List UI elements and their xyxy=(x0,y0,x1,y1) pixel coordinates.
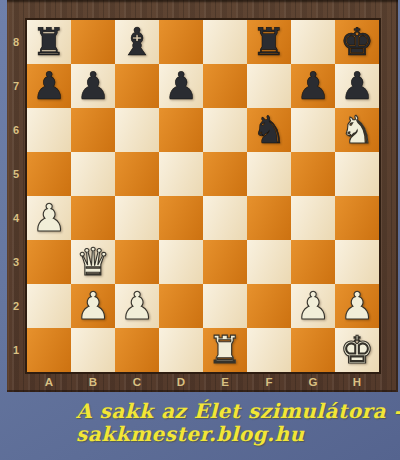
rank-label-7: 7 xyxy=(7,64,25,108)
caption-line-2: sakkmester.blog.hu xyxy=(76,423,400,446)
square-f2[interactable] xyxy=(247,284,291,328)
white-pawn-a4[interactable]: ♟ xyxy=(32,196,66,240)
square-b7[interactable]: ♟ xyxy=(71,64,115,108)
chessboard: ♜♝♜♚♟♟♟♟♟♞♞♟♛♟♟♟♟♜♚ xyxy=(25,18,381,374)
black-knight-f6[interactable]: ♞ xyxy=(252,108,286,152)
square-h5[interactable] xyxy=(335,152,379,196)
square-c4[interactable] xyxy=(115,196,159,240)
rank-label-6: 6 xyxy=(7,108,25,152)
white-rook-e1[interactable]: ♜ xyxy=(208,328,242,372)
file-label-b: B xyxy=(71,373,115,391)
square-b3[interactable]: ♛ xyxy=(71,240,115,284)
square-d3[interactable] xyxy=(159,240,203,284)
white-knight-h6[interactable]: ♞ xyxy=(340,108,374,152)
file-label-f: F xyxy=(247,373,291,391)
black-pawn-d7[interactable]: ♟ xyxy=(164,64,198,108)
square-e5[interactable] xyxy=(203,152,247,196)
square-e3[interactable] xyxy=(203,240,247,284)
square-g1[interactable] xyxy=(291,328,335,372)
file-labels: ABCDEFGH xyxy=(27,373,379,391)
square-b6[interactable] xyxy=(71,108,115,152)
rank-label-4: 4 xyxy=(7,196,25,240)
square-c2[interactable]: ♟ xyxy=(115,284,159,328)
square-b8[interactable] xyxy=(71,20,115,64)
square-b4[interactable] xyxy=(71,196,115,240)
square-b2[interactable]: ♟ xyxy=(71,284,115,328)
square-d6[interactable] xyxy=(159,108,203,152)
square-d2[interactable] xyxy=(159,284,203,328)
square-f3[interactable] xyxy=(247,240,291,284)
square-c8[interactable]: ♝ xyxy=(115,20,159,64)
square-f8[interactable]: ♜ xyxy=(247,20,291,64)
rank-label-5: 5 xyxy=(7,152,25,196)
black-king-h8[interactable]: ♚ xyxy=(340,20,374,64)
square-g5[interactable] xyxy=(291,152,335,196)
square-g7[interactable]: ♟ xyxy=(291,64,335,108)
square-d1[interactable] xyxy=(159,328,203,372)
square-h4[interactable] xyxy=(335,196,379,240)
square-g2[interactable]: ♟ xyxy=(291,284,335,328)
rank-label-8: 8 xyxy=(7,20,25,64)
square-g4[interactable] xyxy=(291,196,335,240)
caption-line-1: A sakk az Élet szimulátora - xyxy=(76,400,400,423)
file-label-c: C xyxy=(115,373,159,391)
file-label-e: E xyxy=(203,373,247,391)
square-c1[interactable] xyxy=(115,328,159,372)
black-pawn-a7[interactable]: ♟ xyxy=(32,64,66,108)
black-bishop-c8[interactable]: ♝ xyxy=(120,20,154,64)
square-f7[interactable] xyxy=(247,64,291,108)
caption: A sakk az Élet szimulátora - sakkmester.… xyxy=(76,400,400,446)
square-f6[interactable]: ♞ xyxy=(247,108,291,152)
chessboard-frame: 87654321 ♜♝♜♚♟♟♟♟♟♞♞♟♛♟♟♟♟♜♚ ABCDEFGH xyxy=(7,0,398,392)
rank-label-3: 3 xyxy=(7,240,25,284)
square-d7[interactable]: ♟ xyxy=(159,64,203,108)
square-h7[interactable]: ♟ xyxy=(335,64,379,108)
square-f5[interactable] xyxy=(247,152,291,196)
square-h2[interactable]: ♟ xyxy=(335,284,379,328)
square-a3[interactable] xyxy=(27,240,71,284)
file-label-d: D xyxy=(159,373,203,391)
square-h3[interactable] xyxy=(335,240,379,284)
page: 87654321 ♜♝♜♚♟♟♟♟♟♞♞♟♛♟♟♟♟♜♚ ABCDEFGH A … xyxy=(0,0,400,460)
rank-label-1: 1 xyxy=(7,328,25,372)
black-pawn-h7[interactable]: ♟ xyxy=(340,64,374,108)
square-d4[interactable] xyxy=(159,196,203,240)
square-e2[interactable] xyxy=(203,284,247,328)
white-pawn-b2[interactable]: ♟ xyxy=(76,284,110,328)
square-d8[interactable] xyxy=(159,20,203,64)
square-e7[interactable] xyxy=(203,64,247,108)
square-b1[interactable] xyxy=(71,328,115,372)
black-pawn-g7[interactable]: ♟ xyxy=(296,64,330,108)
square-e6[interactable] xyxy=(203,108,247,152)
square-a2[interactable] xyxy=(27,284,71,328)
file-label-a: A xyxy=(27,373,71,391)
file-label-g: G xyxy=(291,373,335,391)
square-e8[interactable] xyxy=(203,20,247,64)
square-h1[interactable]: ♚ xyxy=(335,328,379,372)
square-c5[interactable] xyxy=(115,152,159,196)
square-g3[interactable] xyxy=(291,240,335,284)
square-c3[interactable] xyxy=(115,240,159,284)
white-queen-b3[interactable]: ♛ xyxy=(76,240,110,284)
square-d5[interactable] xyxy=(159,152,203,196)
square-g6[interactable] xyxy=(291,108,335,152)
square-b5[interactable] xyxy=(71,152,115,196)
rank-labels: 87654321 xyxy=(7,20,25,372)
white-pawn-h2[interactable]: ♟ xyxy=(340,284,374,328)
square-c7[interactable] xyxy=(115,64,159,108)
white-pawn-c2[interactable]: ♟ xyxy=(120,284,154,328)
square-a7[interactable]: ♟ xyxy=(27,64,71,108)
square-c6[interactable] xyxy=(115,108,159,152)
white-pawn-g2[interactable]: ♟ xyxy=(296,284,330,328)
black-rook-a8[interactable]: ♜ xyxy=(32,20,66,64)
square-a5[interactable] xyxy=(27,152,71,196)
black-rook-f8[interactable]: ♜ xyxy=(252,20,286,64)
black-pawn-b7[interactable]: ♟ xyxy=(76,64,110,108)
square-a8[interactable]: ♜ xyxy=(27,20,71,64)
square-a1[interactable] xyxy=(27,328,71,372)
square-h8[interactable]: ♚ xyxy=(335,20,379,64)
white-king-h1[interactable]: ♚ xyxy=(340,328,374,372)
file-label-h: H xyxy=(335,373,379,391)
square-a6[interactable] xyxy=(27,108,71,152)
square-g8[interactable] xyxy=(291,20,335,64)
square-h6[interactable]: ♞ xyxy=(335,108,379,152)
square-f4[interactable] xyxy=(247,196,291,240)
square-a4[interactable]: ♟ xyxy=(27,196,71,240)
square-f1[interactable] xyxy=(247,328,291,372)
square-e4[interactable] xyxy=(203,196,247,240)
square-e1[interactable]: ♜ xyxy=(203,328,247,372)
rank-label-2: 2 xyxy=(7,284,25,328)
